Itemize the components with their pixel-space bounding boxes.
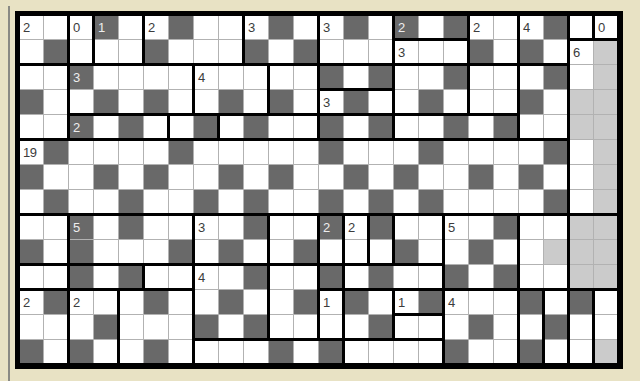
board-cell[interactable] (219, 140, 244, 165)
board-cell[interactable] (444, 115, 469, 140)
board-cell[interactable] (144, 240, 169, 265)
board-cell[interactable] (469, 315, 494, 340)
board-cell[interactable] (94, 40, 119, 65)
board-cell[interactable] (419, 65, 444, 90)
board-cell[interactable] (294, 340, 319, 365)
board-cell[interactable] (594, 340, 619, 365)
board-cell[interactable] (469, 40, 494, 65)
board-cell[interactable] (269, 315, 294, 340)
board-cell[interactable] (144, 315, 169, 340)
board-cell[interactable] (594, 315, 619, 340)
board-cell[interactable] (144, 140, 169, 165)
board-cell[interactable] (94, 140, 119, 165)
board-cell[interactable] (419, 340, 444, 365)
board-cell[interactable] (244, 315, 269, 340)
board-cell[interactable] (119, 140, 144, 165)
board-cell[interactable]: 5 (444, 215, 469, 240)
board-cell[interactable] (469, 290, 494, 315)
board-cell[interactable] (444, 15, 469, 40)
board-cell[interactable]: 1 (94, 15, 119, 40)
board-cell[interactable] (119, 215, 144, 240)
board-cell[interactable]: 1 (319, 290, 344, 315)
board-cell[interactable] (19, 240, 44, 265)
board-cell[interactable] (344, 165, 369, 190)
board-cell[interactable] (344, 340, 369, 365)
board-cell[interactable] (519, 240, 544, 265)
board-cell[interactable] (519, 265, 544, 290)
board-cell[interactable] (144, 290, 169, 315)
board-cell[interactable] (194, 190, 219, 215)
board-cell[interactable] (169, 15, 194, 40)
board-cell[interactable] (394, 190, 419, 215)
board-cell[interactable] (494, 265, 519, 290)
board-cell[interactable] (519, 65, 544, 90)
board-cell[interactable] (319, 165, 344, 190)
board-cell[interactable] (19, 40, 44, 65)
board-cell[interactable] (119, 115, 144, 140)
board-cell[interactable] (44, 340, 69, 365)
board-cell[interactable] (544, 215, 569, 240)
board-cell[interactable] (169, 190, 194, 215)
board-cell[interactable] (444, 40, 469, 65)
board-cell[interactable] (494, 40, 519, 65)
board-cell[interactable] (69, 315, 94, 340)
board-cell[interactable] (119, 65, 144, 90)
board-cell[interactable] (94, 190, 119, 215)
board-cell[interactable] (544, 140, 569, 165)
board-cell[interactable] (344, 90, 369, 115)
board-cell[interactable] (594, 140, 619, 165)
board-cell[interactable] (94, 340, 119, 365)
board-cell[interactable] (419, 290, 444, 315)
board-cell[interactable] (19, 165, 44, 190)
board-cell[interactable] (44, 90, 69, 115)
board-cell[interactable] (69, 340, 94, 365)
board-cell[interactable] (219, 15, 244, 40)
board-cell[interactable] (244, 215, 269, 240)
board-cell[interactable] (194, 315, 219, 340)
board-cell[interactable] (244, 115, 269, 140)
board-cell[interactable] (344, 240, 369, 265)
board-cell[interactable] (69, 40, 94, 65)
board-cell[interactable]: 2 (69, 290, 94, 315)
board-cell[interactable]: 2 (319, 215, 344, 240)
board-cell[interactable] (519, 115, 544, 140)
board-cell[interactable] (319, 315, 344, 340)
board-cell[interactable]: 19 (19, 140, 44, 165)
board-cell[interactable] (369, 290, 394, 315)
board-cell[interactable] (194, 340, 219, 365)
board-cell[interactable] (519, 215, 544, 240)
board-cell[interactable] (369, 165, 394, 190)
board-cell[interactable] (269, 165, 294, 190)
board-cell[interactable] (419, 315, 444, 340)
board-cell[interactable] (269, 265, 294, 290)
board-cell[interactable] (194, 40, 219, 65)
board-cell[interactable] (19, 90, 44, 115)
board-cell[interactable] (394, 340, 419, 365)
board-cell[interactable] (394, 165, 419, 190)
board-cell[interactable]: 4 (444, 290, 469, 315)
board-cell[interactable] (94, 90, 119, 115)
board-cell[interactable] (44, 240, 69, 265)
board-cell[interactable]: 2 (144, 15, 169, 40)
board-cell[interactable] (169, 265, 194, 290)
board-cell[interactable] (344, 65, 369, 90)
board-cell[interactable] (244, 190, 269, 215)
board-cell[interactable] (469, 215, 494, 240)
board-cell[interactable] (244, 165, 269, 190)
board-cell[interactable] (244, 340, 269, 365)
board-cell[interactable]: 0 (69, 15, 94, 40)
board-cell[interactable] (219, 90, 244, 115)
board-cell[interactable] (244, 290, 269, 315)
board-cell[interactable] (594, 215, 619, 240)
board-cell[interactable]: 3 (244, 15, 269, 40)
board-cell[interactable]: 2 (19, 290, 44, 315)
board-cell[interactable] (369, 340, 394, 365)
board-cell[interactable] (469, 190, 494, 215)
board-cell[interactable] (494, 340, 519, 365)
board-cell[interactable] (419, 165, 444, 190)
board-cell[interactable] (519, 290, 544, 315)
board-cell[interactable] (594, 240, 619, 265)
board-cell[interactable] (444, 340, 469, 365)
board-cell[interactable] (344, 115, 369, 140)
board-cell[interactable] (319, 65, 344, 90)
board-cell[interactable] (144, 90, 169, 115)
board-cell[interactable] (544, 65, 569, 90)
board-cell[interactable]: 2 (344, 215, 369, 240)
board-cell[interactable] (219, 290, 244, 315)
board-cell[interactable] (169, 315, 194, 340)
board-cell[interactable] (169, 290, 194, 315)
board-cell[interactable] (369, 190, 394, 215)
board-cell[interactable] (219, 165, 244, 190)
board-cell[interactable] (144, 115, 169, 140)
board-cell[interactable] (369, 40, 394, 65)
board-cell[interactable] (569, 15, 594, 40)
board-cell[interactable] (269, 340, 294, 365)
board-cell[interactable] (469, 65, 494, 90)
board-cell[interactable] (444, 65, 469, 90)
board-cell[interactable] (219, 240, 244, 265)
board-cell[interactable] (569, 190, 594, 215)
board-cell[interactable] (219, 115, 244, 140)
board-cell[interactable] (369, 240, 394, 265)
board-cell[interactable] (569, 90, 594, 115)
board-cell[interactable]: 4 (519, 15, 544, 40)
board-cell[interactable] (494, 290, 519, 315)
board-cell[interactable] (544, 190, 569, 215)
board-cell[interactable] (544, 240, 569, 265)
board-cell[interactable] (394, 65, 419, 90)
board-cell[interactable] (69, 190, 94, 215)
board-cell[interactable] (169, 340, 194, 365)
board-cell[interactable] (219, 40, 244, 65)
board-cell[interactable] (294, 165, 319, 190)
board-cell[interactable] (519, 90, 544, 115)
board-cell[interactable] (269, 190, 294, 215)
board-cell[interactable] (369, 15, 394, 40)
board-cell[interactable] (469, 140, 494, 165)
board-cell[interactable]: 6 (569, 40, 594, 65)
board-cell[interactable] (319, 140, 344, 165)
board-cell[interactable] (594, 290, 619, 315)
board-cell[interactable] (269, 90, 294, 115)
board-cell[interactable] (494, 65, 519, 90)
board-cell[interactable] (569, 165, 594, 190)
board-cell[interactable] (94, 315, 119, 340)
board-cell[interactable] (344, 265, 369, 290)
board-cell[interactable] (169, 90, 194, 115)
board-cell[interactable] (319, 40, 344, 65)
board-cell[interactable]: 2 (469, 15, 494, 40)
board-cell[interactable] (119, 40, 144, 65)
board-cell[interactable] (269, 40, 294, 65)
board-cell[interactable] (44, 15, 69, 40)
board-cell[interactable] (269, 215, 294, 240)
board-cell[interactable] (494, 115, 519, 140)
board-cell[interactable] (244, 65, 269, 90)
board-cell[interactable] (119, 265, 144, 290)
board-cell[interactable] (44, 215, 69, 240)
board-cell[interactable] (119, 240, 144, 265)
board-cell[interactable] (444, 265, 469, 290)
board-cell[interactable] (69, 165, 94, 190)
board-cell[interactable] (544, 315, 569, 340)
board-cell[interactable] (419, 140, 444, 165)
board-cell[interactable] (519, 165, 544, 190)
board-cell[interactable]: 3 (194, 215, 219, 240)
board-cell[interactable] (94, 165, 119, 190)
board-cell[interactable] (194, 115, 219, 140)
board-cell[interactable] (294, 290, 319, 315)
board-cell[interactable] (194, 165, 219, 190)
board-cell[interactable] (494, 165, 519, 190)
board-cell[interactable] (194, 90, 219, 115)
board-cell[interactable] (269, 240, 294, 265)
board-cell[interactable] (19, 340, 44, 365)
board-cell[interactable] (444, 165, 469, 190)
board-cell[interactable] (369, 215, 394, 240)
board-cell[interactable] (319, 265, 344, 290)
board-cell[interactable] (69, 265, 94, 290)
board-cell[interactable] (219, 190, 244, 215)
board-cell[interactable] (569, 215, 594, 240)
board-cell[interactable] (594, 65, 619, 90)
board-cell[interactable] (394, 140, 419, 165)
board-cell[interactable] (544, 115, 569, 140)
board-cell[interactable] (469, 240, 494, 265)
board-cell[interactable] (19, 115, 44, 140)
board-cell[interactable] (119, 290, 144, 315)
board-cell[interactable] (544, 265, 569, 290)
board-cell[interactable] (69, 90, 94, 115)
board-cell[interactable] (169, 240, 194, 265)
board-cell[interactable] (144, 215, 169, 240)
board-cell[interactable] (119, 190, 144, 215)
board-cell[interactable] (94, 265, 119, 290)
board-cell[interactable]: 1 (394, 290, 419, 315)
board-cell[interactable]: 3 (394, 40, 419, 65)
board-cell[interactable] (444, 90, 469, 115)
board-cell[interactable] (144, 340, 169, 365)
board-cell[interactable]: 4 (194, 265, 219, 290)
board-cell[interactable] (19, 190, 44, 215)
board-cell[interactable] (444, 315, 469, 340)
board-cell[interactable] (469, 165, 494, 190)
board-cell[interactable] (144, 165, 169, 190)
board-cell[interactable]: 3 (319, 15, 344, 40)
board-cell[interactable] (269, 65, 294, 90)
board-cell[interactable] (269, 15, 294, 40)
board-cell[interactable] (294, 90, 319, 115)
board-cell[interactable] (19, 315, 44, 340)
board-cell[interactable] (544, 15, 569, 40)
board-cell[interactable] (244, 240, 269, 265)
board-cell[interactable] (519, 190, 544, 215)
board-cell[interactable] (494, 240, 519, 265)
board-cell[interactable]: 4 (194, 65, 219, 90)
board-cell[interactable] (44, 315, 69, 340)
board-cell[interactable] (594, 190, 619, 215)
board-cell[interactable] (344, 140, 369, 165)
board-cell[interactable] (594, 265, 619, 290)
board-cell[interactable] (19, 265, 44, 290)
board-cell[interactable] (569, 290, 594, 315)
board-cell[interactable] (244, 140, 269, 165)
board-cell[interactable] (319, 190, 344, 215)
board-cell[interactable] (519, 315, 544, 340)
board-cell[interactable] (94, 65, 119, 90)
board-cell[interactable] (594, 90, 619, 115)
board-cell[interactable] (469, 265, 494, 290)
board-cell[interactable] (419, 190, 444, 215)
board-cell[interactable] (44, 190, 69, 215)
board-cell[interactable] (344, 190, 369, 215)
board-cell[interactable] (294, 265, 319, 290)
board-cell[interactable] (169, 165, 194, 190)
board-cell[interactable] (94, 240, 119, 265)
board-cell[interactable] (194, 240, 219, 265)
board-cell[interactable] (119, 315, 144, 340)
board-cell[interactable] (469, 90, 494, 115)
board-cell[interactable] (594, 115, 619, 140)
board-cell[interactable] (44, 140, 69, 165)
board-cell[interactable] (569, 65, 594, 90)
board-cell[interactable] (369, 65, 394, 90)
board-cell[interactable]: 2 (394, 15, 419, 40)
board-cell[interactable]: 5 (69, 215, 94, 240)
board-cell[interactable] (369, 140, 394, 165)
board-cell[interactable] (444, 190, 469, 215)
board-cell[interactable] (169, 115, 194, 140)
board-cell[interactable] (394, 90, 419, 115)
board-cell[interactable] (544, 40, 569, 65)
board-cell[interactable] (44, 265, 69, 290)
board-cell[interactable] (94, 115, 119, 140)
board-cell[interactable] (494, 190, 519, 215)
board-cell[interactable] (544, 90, 569, 115)
board-cell[interactable] (294, 215, 319, 240)
board-cell[interactable] (544, 165, 569, 190)
board-cell[interactable] (169, 140, 194, 165)
board-cell[interactable] (419, 90, 444, 115)
board-cell[interactable] (219, 340, 244, 365)
board-cell[interactable] (369, 315, 394, 340)
board-cell[interactable] (469, 340, 494, 365)
board-cell[interactable] (319, 340, 344, 365)
board-cell[interactable] (569, 115, 594, 140)
board-cell[interactable] (194, 140, 219, 165)
board-cell[interactable] (519, 40, 544, 65)
board-cell[interactable] (169, 65, 194, 90)
board-cell[interactable] (394, 215, 419, 240)
board-cell[interactable] (419, 240, 444, 265)
board-cell[interactable] (419, 40, 444, 65)
board-cell[interactable] (519, 340, 544, 365)
board-cell[interactable] (244, 90, 269, 115)
board-cell[interactable] (544, 340, 569, 365)
board-cell[interactable]: 3 (319, 90, 344, 115)
board-cell[interactable] (369, 115, 394, 140)
board-cell[interactable] (244, 40, 269, 65)
board-cell[interactable] (119, 90, 144, 115)
board-cell[interactable] (369, 90, 394, 115)
board-cell[interactable] (19, 65, 44, 90)
board-cell[interactable] (169, 40, 194, 65)
board-cell[interactable] (294, 15, 319, 40)
board-cell[interactable] (294, 115, 319, 140)
board-cell[interactable] (594, 40, 619, 65)
board-cell[interactable] (144, 265, 169, 290)
board-cell[interactable] (269, 290, 294, 315)
board-cell[interactable] (344, 315, 369, 340)
board-cell[interactable] (319, 115, 344, 140)
board-cell[interactable] (144, 190, 169, 215)
board-cell[interactable] (44, 115, 69, 140)
board-cell[interactable] (394, 265, 419, 290)
board-cell[interactable] (144, 65, 169, 90)
board-cell[interactable] (419, 215, 444, 240)
board-cell[interactable] (344, 290, 369, 315)
board-cell[interactable] (19, 215, 44, 240)
board-cell[interactable] (494, 15, 519, 40)
board-cell[interactable] (69, 140, 94, 165)
board-cell[interactable]: 0 (594, 15, 619, 40)
board-cell[interactable] (569, 265, 594, 290)
board-cell[interactable] (244, 265, 269, 290)
board-cell[interactable] (44, 40, 69, 65)
board-cell[interactable] (119, 165, 144, 190)
board-cell[interactable] (569, 315, 594, 340)
board-cell[interactable] (319, 240, 344, 265)
board-cell[interactable]: 2 (69, 115, 94, 140)
board-cell[interactable] (369, 265, 394, 290)
board-cell[interactable] (394, 115, 419, 140)
board-cell[interactable] (444, 140, 469, 165)
board-cell[interactable] (144, 40, 169, 65)
board-cell[interactable] (294, 240, 319, 265)
board-cell[interactable] (94, 215, 119, 240)
board-cell[interactable] (569, 140, 594, 165)
board-cell[interactable] (294, 40, 319, 65)
board-cell[interactable] (44, 165, 69, 190)
board-cell[interactable]: 2 (19, 15, 44, 40)
board-cell[interactable]: 3 (69, 65, 94, 90)
board-cell[interactable] (344, 40, 369, 65)
